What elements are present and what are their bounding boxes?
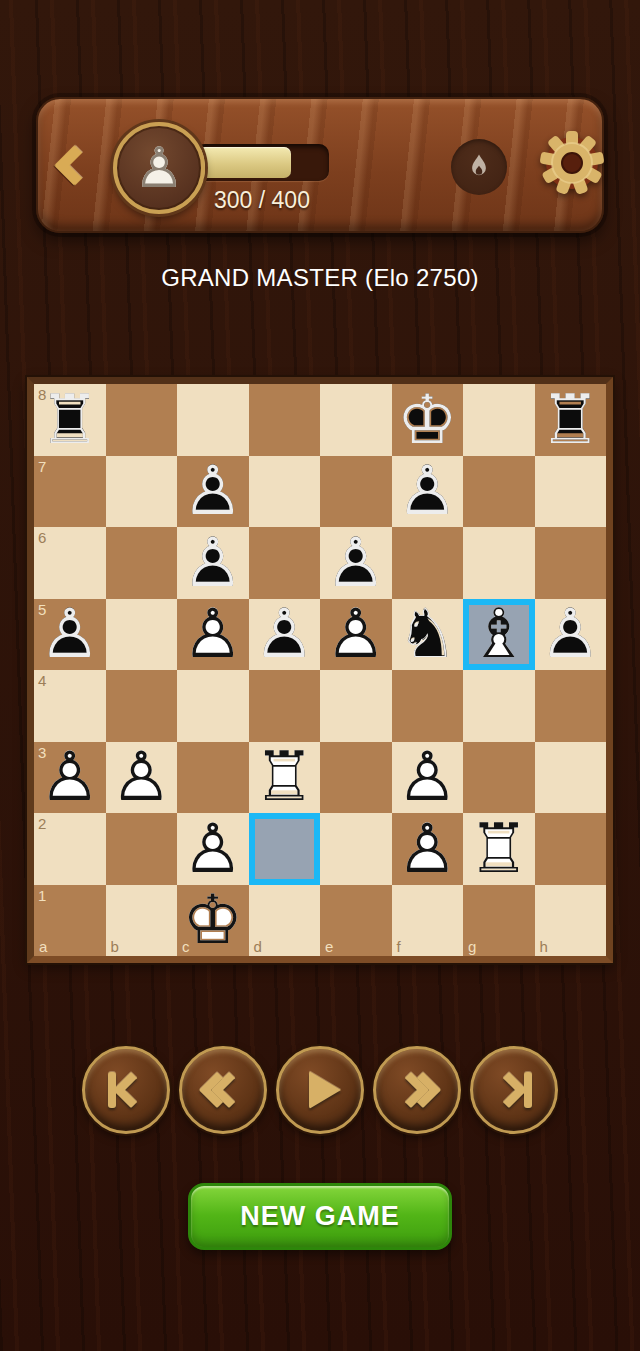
skip-to-start-icon bbox=[108, 1072, 144, 1108]
file-label-b: b bbox=[111, 939, 119, 954]
square-c8[interactable] bbox=[177, 384, 249, 456]
xp-progress-bar bbox=[195, 144, 329, 181]
square-b8[interactable] bbox=[106, 384, 178, 456]
square-g6[interactable] bbox=[463, 527, 535, 599]
square-f5[interactable]: ♞♘ bbox=[392, 599, 464, 671]
difficulty-title: GRAND MASTER (Elo 2750) bbox=[0, 264, 640, 292]
square-g5[interactable]: ♝♗ bbox=[463, 599, 535, 671]
square-d5[interactable]: ♟♙ bbox=[249, 599, 321, 671]
square-e1[interactable]: e bbox=[320, 885, 392, 957]
white-pawn: ♟♙ bbox=[34, 742, 106, 814]
square-c7[interactable]: ♟♙ bbox=[177, 456, 249, 528]
square-f1[interactable]: f bbox=[392, 885, 464, 957]
square-h5[interactable]: ♟♙ bbox=[535, 599, 607, 671]
nav-play-button[interactable] bbox=[276, 1046, 364, 1134]
black-pawn: ♟♙ bbox=[177, 527, 249, 599]
square-a6[interactable]: 6 bbox=[34, 527, 106, 599]
square-c6[interactable]: ♟♙ bbox=[177, 527, 249, 599]
play-icon bbox=[299, 1071, 341, 1109]
new-game-button[interactable]: NEW GAME bbox=[188, 1183, 452, 1250]
square-c5[interactable]: ♟♙ bbox=[177, 599, 249, 671]
square-d8[interactable] bbox=[249, 384, 321, 456]
nav-prev-button[interactable] bbox=[179, 1046, 267, 1134]
square-b1[interactable]: b bbox=[106, 885, 178, 957]
square-d4[interactable] bbox=[249, 670, 321, 742]
white-pawn-avatar-icon: ♟♙ bbox=[134, 140, 184, 196]
back-chevron-icon bbox=[53, 144, 94, 185]
square-f3[interactable]: ♟♙ bbox=[392, 742, 464, 814]
white-pawn: ♟♙ bbox=[320, 599, 392, 671]
fast-forward-icon bbox=[398, 1077, 436, 1103]
square-g4[interactable] bbox=[463, 670, 535, 742]
square-c4[interactable] bbox=[177, 670, 249, 742]
square-e6[interactable]: ♟♙ bbox=[320, 527, 392, 599]
square-g7[interactable] bbox=[463, 456, 535, 528]
square-h3[interactable] bbox=[535, 742, 607, 814]
square-f8[interactable]: ♚♔ bbox=[392, 384, 464, 456]
file-label-h: h bbox=[540, 939, 548, 954]
square-h7[interactable] bbox=[535, 456, 607, 528]
square-h1[interactable]: h bbox=[535, 885, 607, 957]
square-a1[interactable]: 1a bbox=[34, 885, 106, 957]
square-e5[interactable]: ♟♙ bbox=[320, 599, 392, 671]
square-f7[interactable]: ♟♙ bbox=[392, 456, 464, 528]
black-pawn: ♟♙ bbox=[177, 456, 249, 528]
white-bishop: ♝♗ bbox=[463, 599, 535, 671]
file-label-f: f bbox=[397, 939, 401, 954]
square-c2[interactable]: ♟♙ bbox=[177, 813, 249, 885]
square-d2[interactable] bbox=[249, 813, 321, 885]
white-pawn: ♟♙ bbox=[392, 813, 464, 885]
rank-label-1: 1 bbox=[38, 888, 46, 903]
skip-to-end-icon bbox=[496, 1072, 532, 1108]
square-d6[interactable] bbox=[249, 527, 321, 599]
white-rook: ♜♖ bbox=[463, 813, 535, 885]
square-h6[interactable] bbox=[535, 527, 607, 599]
move-navigation bbox=[0, 1046, 640, 1134]
rank-label-7: 7 bbox=[38, 459, 46, 474]
square-g3[interactable] bbox=[463, 742, 535, 814]
square-b6[interactable] bbox=[106, 527, 178, 599]
rank-label-4: 4 bbox=[38, 673, 46, 688]
square-e7[interactable] bbox=[320, 456, 392, 528]
white-pawn: ♟♙ bbox=[392, 742, 464, 814]
square-a7[interactable]: 7 bbox=[34, 456, 106, 528]
square-g8[interactable] bbox=[463, 384, 535, 456]
xp-progress-fill bbox=[198, 147, 291, 178]
white-pawn: ♟♙ bbox=[106, 742, 178, 814]
white-king: ♚♔ bbox=[177, 885, 249, 957]
nav-next-button[interactable] bbox=[373, 1046, 461, 1134]
square-d1[interactable]: d bbox=[249, 885, 321, 957]
square-c3[interactable] bbox=[177, 742, 249, 814]
square-g1[interactable]: g bbox=[463, 885, 535, 957]
black-pawn: ♟♙ bbox=[320, 527, 392, 599]
black-rook: ♜♖ bbox=[34, 384, 106, 456]
rewind-icon bbox=[204, 1077, 242, 1103]
square-e8[interactable] bbox=[320, 384, 392, 456]
square-g2[interactable]: ♜♖ bbox=[463, 813, 535, 885]
square-a8[interactable]: 8♜♖ bbox=[34, 384, 106, 456]
black-pawn: ♟♙ bbox=[392, 456, 464, 528]
white-pawn: ♟♙ bbox=[177, 813, 249, 885]
file-label-g: g bbox=[468, 939, 476, 954]
square-b4[interactable] bbox=[106, 670, 178, 742]
square-h4[interactable] bbox=[535, 670, 607, 742]
black-rook: ♜♖ bbox=[535, 384, 607, 456]
square-f6[interactable] bbox=[392, 527, 464, 599]
nav-last-button[interactable] bbox=[470, 1046, 558, 1134]
black-pawn: ♟♙ bbox=[535, 599, 607, 671]
xp-counter: 300 / 400 bbox=[185, 187, 339, 214]
square-h2[interactable] bbox=[535, 813, 607, 885]
square-a3[interactable]: 3♟♙ bbox=[34, 742, 106, 814]
square-h8[interactable]: ♜♖ bbox=[535, 384, 607, 456]
square-f4[interactable] bbox=[392, 670, 464, 742]
square-a2[interactable]: 2 bbox=[34, 813, 106, 885]
square-b7[interactable] bbox=[106, 456, 178, 528]
top-bar: ♟♙ 300 / 400 bbox=[36, 97, 604, 233]
square-c1[interactable]: c♚♔ bbox=[177, 885, 249, 957]
square-e3[interactable] bbox=[320, 742, 392, 814]
square-f2[interactable]: ♟♙ bbox=[392, 813, 464, 885]
file-label-e: e bbox=[325, 939, 333, 954]
square-a4[interactable]: 4 bbox=[34, 670, 106, 742]
back-button[interactable] bbox=[50, 135, 98, 195]
player-avatar[interactable]: ♟♙ bbox=[113, 122, 205, 214]
black-king: ♚♔ bbox=[392, 384, 464, 456]
file-label-d: d bbox=[254, 939, 262, 954]
gear-icon bbox=[539, 130, 605, 196]
square-b2[interactable] bbox=[106, 813, 178, 885]
rank-label-6: 6 bbox=[38, 530, 46, 545]
square-b3[interactable]: ♟♙ bbox=[106, 742, 178, 814]
square-e2[interactable] bbox=[320, 813, 392, 885]
streak-button[interactable] bbox=[451, 139, 507, 195]
square-a5[interactable]: 5♟♙ bbox=[34, 599, 106, 671]
flame-icon bbox=[464, 152, 494, 182]
square-b5[interactable] bbox=[106, 599, 178, 671]
black-pawn: ♟♙ bbox=[249, 599, 321, 671]
chess-board: 8♜♖♚♔♜♖7♟♙♟♙6♟♙♟♙5♟♙♟♙♟♙♟♙♞♘♝♗♟♙43♟♙♟♙♜♖… bbox=[27, 377, 613, 963]
square-e4[interactable] bbox=[320, 670, 392, 742]
black-pawn: ♟♙ bbox=[34, 599, 106, 671]
black-knight: ♞♘ bbox=[392, 599, 464, 671]
square-d7[interactable] bbox=[249, 456, 321, 528]
white-rook: ♜♖ bbox=[249, 742, 321, 814]
file-label-a: a bbox=[39, 939, 47, 954]
settings-button[interactable] bbox=[539, 130, 605, 196]
rank-label-2: 2 bbox=[38, 816, 46, 831]
nav-first-button[interactable] bbox=[82, 1046, 170, 1134]
square-d3[interactable]: ♜♖ bbox=[249, 742, 321, 814]
white-pawn: ♟♙ bbox=[177, 599, 249, 671]
